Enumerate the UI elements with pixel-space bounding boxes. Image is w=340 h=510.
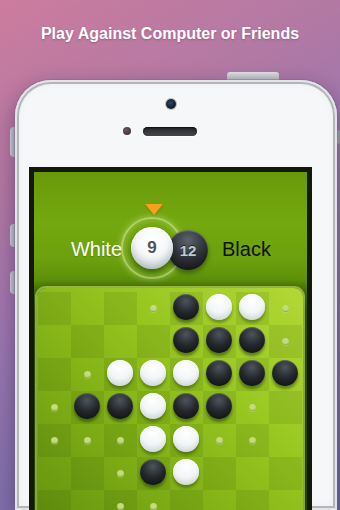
cell-r6c6[interactable] <box>203 457 236 490</box>
cell-r4c2[interactable] <box>71 391 104 424</box>
app-store-screenshot: Play Against Computer or Friends White 1… <box>0 0 340 510</box>
cell-r1c8[interactable] <box>269 292 302 325</box>
cell-r7c5[interactable] <box>170 490 203 510</box>
cell-r4c5[interactable] <box>170 391 203 424</box>
cell-r7c6[interactable] <box>203 490 236 510</box>
black-disc <box>173 393 199 419</box>
cell-r5c7[interactable] <box>236 424 269 457</box>
board-grid <box>38 292 302 510</box>
white-disc <box>206 294 232 320</box>
cell-r2c2[interactable] <box>71 325 104 358</box>
black-disc <box>239 327 265 353</box>
cell-r6c3[interactable] <box>104 457 137 490</box>
white-disc <box>107 360 133 386</box>
white-score: 9 <box>147 238 156 258</box>
cell-r4c6[interactable] <box>203 391 236 424</box>
cell-r2c4[interactable] <box>137 325 170 358</box>
legal-move-dot <box>282 305 289 312</box>
cell-r2c6[interactable] <box>203 325 236 358</box>
iphone-frame: White 12 9 Black <box>15 80 337 510</box>
cell-r6c7[interactable] <box>236 457 269 490</box>
cell-r1c5[interactable] <box>170 292 203 325</box>
cell-r4c1[interactable] <box>38 391 71 424</box>
cell-r1c1[interactable] <box>38 292 71 325</box>
legal-move-dot <box>117 503 124 510</box>
cell-r1c7[interactable] <box>236 292 269 325</box>
game-screen: White 12 9 Black <box>34 172 307 510</box>
cell-r5c4[interactable] <box>137 424 170 457</box>
white-disc <box>239 294 265 320</box>
white-player-label: White <box>34 237 122 261</box>
legal-move-dot <box>150 305 157 312</box>
cell-r6c8[interactable] <box>269 457 302 490</box>
cell-r2c8[interactable] <box>269 325 302 358</box>
cell-r3c5[interactable] <box>170 358 203 391</box>
cell-r3c6[interactable] <box>203 358 236 391</box>
white-disc <box>173 360 199 386</box>
legal-move-dot <box>51 404 58 411</box>
cell-r2c5[interactable] <box>170 325 203 358</box>
proximity-sensor-icon <box>123 127 131 135</box>
cell-r3c7[interactable] <box>236 358 269 391</box>
cell-r3c3[interactable] <box>104 358 137 391</box>
turn-indicator-icon <box>145 204 163 215</box>
cell-r6c4[interactable] <box>137 457 170 490</box>
front-camera-icon <box>166 99 176 109</box>
cell-r4c3[interactable] <box>104 391 137 424</box>
legal-move-dot <box>282 338 289 345</box>
cell-r7c1[interactable] <box>38 490 71 510</box>
black-score-ball: 12 <box>168 230 208 270</box>
cell-r3c2[interactable] <box>71 358 104 391</box>
legal-move-dot <box>150 503 157 510</box>
cell-r5c1[interactable] <box>38 424 71 457</box>
legal-move-dot <box>249 404 256 411</box>
black-disc <box>74 393 100 419</box>
cell-r2c3[interactable] <box>104 325 137 358</box>
cell-r7c3[interactable] <box>104 490 137 510</box>
white-disc <box>173 426 199 452</box>
cell-r3c8[interactable] <box>269 358 302 391</box>
phone-screen: White 12 9 Black <box>29 167 312 510</box>
legal-move-dot <box>249 437 256 444</box>
cell-r1c4[interactable] <box>137 292 170 325</box>
black-disc <box>107 393 133 419</box>
cell-r3c1[interactable] <box>38 358 71 391</box>
white-disc <box>140 426 166 452</box>
white-score-ball: 9 <box>131 227 173 269</box>
black-player-label: Black <box>222 237 271 261</box>
legal-move-dot <box>84 437 91 444</box>
cell-r5c5[interactable] <box>170 424 203 457</box>
cell-r2c1[interactable] <box>38 325 71 358</box>
white-disc <box>140 393 166 419</box>
black-disc <box>206 393 232 419</box>
legal-move-dot <box>216 437 223 444</box>
white-disc <box>173 459 199 485</box>
cell-r5c2[interactable] <box>71 424 104 457</box>
white-disc <box>140 360 166 386</box>
cell-r2c7[interactable] <box>236 325 269 358</box>
cell-r4c8[interactable] <box>269 391 302 424</box>
black-disc <box>272 360 298 386</box>
cell-r4c4[interactable] <box>137 391 170 424</box>
cell-r7c4[interactable] <box>137 490 170 510</box>
cell-r7c7[interactable] <box>236 490 269 510</box>
banner-title: Play Against Computer or Friends <box>0 25 340 43</box>
black-disc <box>173 327 199 353</box>
cell-r3c4[interactable] <box>137 358 170 391</box>
legal-move-dot <box>117 470 124 477</box>
cell-r6c5[interactable] <box>170 457 203 490</box>
black-disc <box>206 360 232 386</box>
legal-move-dot <box>51 437 58 444</box>
cell-r4c7[interactable] <box>236 391 269 424</box>
cell-r7c2[interactable] <box>71 490 104 510</box>
reversi-board <box>37 288 303 510</box>
cell-r6c2[interactable] <box>71 457 104 490</box>
black-score: 12 <box>180 242 197 259</box>
cell-r5c3[interactable] <box>104 424 137 457</box>
earpiece-speaker-icon <box>143 127 197 136</box>
black-disc <box>239 360 265 386</box>
cell-r1c2[interactable] <box>71 292 104 325</box>
cell-r6c1[interactable] <box>38 457 71 490</box>
black-disc <box>206 327 232 353</box>
black-disc <box>173 294 199 320</box>
cell-r5c8[interactable] <box>269 424 302 457</box>
cell-r1c6[interactable] <box>203 292 236 325</box>
black-disc <box>140 459 166 485</box>
legal-move-dot <box>117 437 124 444</box>
cell-r1c3[interactable] <box>104 292 137 325</box>
legal-move-dot <box>84 371 91 378</box>
cell-r5c6[interactable] <box>203 424 236 457</box>
cell-r7c8[interactable] <box>269 490 302 510</box>
